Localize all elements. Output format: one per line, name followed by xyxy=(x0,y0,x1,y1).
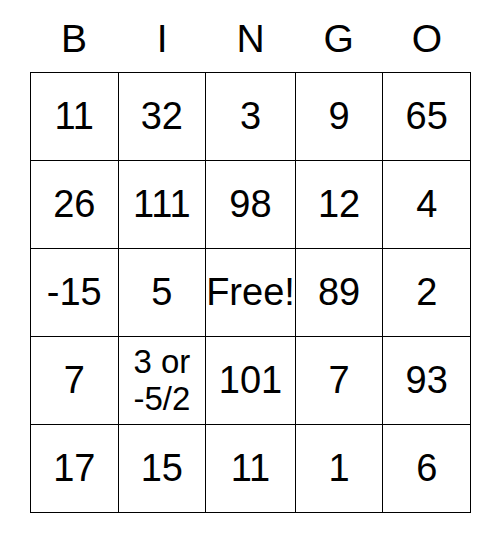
bingo-cell-r4c0[interactable]: 17 xyxy=(31,425,119,513)
bingo-card: BINGO 113239652611198124-155Free!89273 o… xyxy=(30,0,471,513)
header-letter-b: B xyxy=(30,0,118,72)
bingo-cell-r1c3[interactable]: 12 xyxy=(296,161,384,249)
bingo-cell-r3c4[interactable]: 93 xyxy=(383,337,471,425)
bingo-cell-r0c4[interactable]: 65 xyxy=(383,73,471,161)
bingo-cell-r4c4[interactable]: 6 xyxy=(383,425,471,513)
bingo-cell-r0c1[interactable]: 32 xyxy=(119,73,207,161)
bingo-cell-r4c1[interactable]: 15 xyxy=(119,425,207,513)
bingo-board: 113239652611198124-155Free!89273 or -5/2… xyxy=(30,72,471,513)
header-letter-g: G xyxy=(295,0,383,72)
bingo-cell-r4c3[interactable]: 1 xyxy=(296,425,384,513)
header-letter-i: I xyxy=(118,0,206,72)
bingo-cell-r3c2[interactable]: 101 xyxy=(206,337,296,425)
free-cell[interactable]: Free! xyxy=(206,249,296,337)
bingo-cell-r1c4[interactable]: 4 xyxy=(383,161,471,249)
bingo-cell-r0c3[interactable]: 9 xyxy=(296,73,384,161)
header-letter-o: O xyxy=(383,0,471,72)
bingo-cell-r1c1[interactable]: 111 xyxy=(119,161,207,249)
bingo-cell-r0c2[interactable]: 3 xyxy=(206,73,296,161)
bingo-cell-r2c0[interactable]: -15 xyxy=(31,249,119,337)
header-letter-n: N xyxy=(206,0,294,72)
bingo-cell-r3c3[interactable]: 7 xyxy=(296,337,384,425)
bingo-cell-r1c0[interactable]: 26 xyxy=(31,161,119,249)
bingo-cell-r4c2[interactable]: 11 xyxy=(206,425,296,513)
bingo-cell-r3c1[interactable]: 3 or -5/2 xyxy=(119,337,207,425)
bingo-cell-r1c2[interactable]: 98 xyxy=(206,161,296,249)
bingo-cell-r2c3[interactable]: 89 xyxy=(296,249,384,337)
bingo-cell-r3c0[interactable]: 7 xyxy=(31,337,119,425)
bingo-cell-r0c0[interactable]: 11 xyxy=(31,73,119,161)
bingo-header: BINGO xyxy=(30,0,471,72)
bingo-cell-r2c1[interactable]: 5 xyxy=(119,249,207,337)
bingo-cell-r2c4[interactable]: 2 xyxy=(383,249,471,337)
